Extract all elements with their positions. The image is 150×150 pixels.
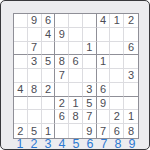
numpad-key-1[interactable]: 1 bbox=[13, 138, 27, 150]
cell-r7c8[interactable] bbox=[110, 97, 124, 111]
cell-r5c5[interactable] bbox=[69, 69, 83, 83]
cell-r2c8[interactable] bbox=[110, 28, 124, 42]
cell-r7c6[interactable]: 5 bbox=[83, 97, 97, 111]
cell-r2c6[interactable] bbox=[83, 28, 97, 42]
cell-r9c2[interactable]: 5 bbox=[28, 124, 42, 138]
cell-r4c2[interactable]: 3 bbox=[28, 55, 42, 69]
cell-r5c1[interactable] bbox=[14, 69, 28, 83]
cell-r1c2[interactable]: 9 bbox=[28, 14, 42, 28]
cell-r6c8[interactable] bbox=[110, 83, 124, 97]
cell-r4c7[interactable]: 1 bbox=[97, 55, 111, 69]
cell-r2c9[interactable] bbox=[124, 28, 138, 42]
cell-r4c4[interactable]: 8 bbox=[55, 55, 69, 69]
cell-r8c6[interactable]: 7 bbox=[83, 110, 97, 124]
cell-r1c8[interactable]: 1 bbox=[110, 14, 124, 28]
cell-r6c2[interactable]: 8 bbox=[28, 83, 42, 97]
cell-r3c3[interactable] bbox=[42, 42, 56, 56]
cell-r3c5[interactable] bbox=[69, 42, 83, 56]
cell-r8c1[interactable] bbox=[14, 110, 28, 124]
sudoku-board: 96412497163586173482362159687212519768 bbox=[13, 13, 139, 139]
cell-r2c5[interactable] bbox=[69, 28, 83, 42]
cell-r8c4[interactable]: 6 bbox=[55, 110, 69, 124]
cell-r6c9[interactable] bbox=[124, 83, 138, 97]
cell-r3c4[interactable] bbox=[55, 42, 69, 56]
cell-r3c1[interactable] bbox=[14, 42, 28, 56]
cell-r1c1[interactable] bbox=[14, 14, 28, 28]
cell-r2c2[interactable] bbox=[28, 28, 42, 42]
cell-r1c4[interactable] bbox=[55, 14, 69, 28]
cell-r3c7[interactable] bbox=[97, 42, 111, 56]
cell-r8c9[interactable]: 1 bbox=[124, 110, 138, 124]
numpad-key-4[interactable]: 4 bbox=[55, 138, 69, 150]
cell-r9c5[interactable] bbox=[69, 124, 83, 138]
cell-r6c1[interactable]: 4 bbox=[14, 83, 28, 97]
cell-r9c9[interactable]: 8 bbox=[124, 124, 138, 138]
cell-r5c3[interactable] bbox=[42, 69, 56, 83]
numpad-key-8[interactable]: 8 bbox=[111, 138, 125, 150]
cell-r7c9[interactable] bbox=[124, 97, 138, 111]
cell-r2c1[interactable] bbox=[14, 28, 28, 42]
cell-r4c9[interactable] bbox=[124, 55, 138, 69]
cell-r1c9[interactable]: 2 bbox=[124, 14, 138, 28]
cell-r9c7[interactable]: 7 bbox=[97, 124, 111, 138]
cell-r9c1[interactable]: 2 bbox=[14, 124, 28, 138]
cell-r8c5[interactable]: 8 bbox=[69, 110, 83, 124]
cell-r9c4[interactable] bbox=[55, 124, 69, 138]
cell-r1c6[interactable] bbox=[83, 14, 97, 28]
cell-r8c3[interactable] bbox=[42, 110, 56, 124]
cell-r6c3[interactable]: 2 bbox=[42, 83, 56, 97]
cell-r5c2[interactable] bbox=[28, 69, 42, 83]
cell-r5c4[interactable]: 7 bbox=[55, 69, 69, 83]
cell-r6c4[interactable] bbox=[55, 83, 69, 97]
cell-r1c5[interactable] bbox=[69, 14, 83, 28]
cell-r7c1[interactable] bbox=[14, 97, 28, 111]
cell-r4c3[interactable]: 5 bbox=[42, 55, 56, 69]
numpad-key-3[interactable]: 3 bbox=[41, 138, 55, 150]
cell-r4c1[interactable] bbox=[14, 55, 28, 69]
cell-r7c4[interactable]: 2 bbox=[55, 97, 69, 111]
cell-r8c8[interactable]: 2 bbox=[110, 110, 124, 124]
cell-r1c3[interactable]: 6 bbox=[42, 14, 56, 28]
cell-r6c6[interactable]: 3 bbox=[83, 83, 97, 97]
cell-r8c2[interactable] bbox=[28, 110, 42, 124]
cell-r3c8[interactable] bbox=[110, 42, 124, 56]
cell-r4c8[interactable] bbox=[110, 55, 124, 69]
sudoku-app: 96412497163586173482362159687212519768 1… bbox=[0, 0, 150, 150]
cell-r8c7[interactable] bbox=[97, 110, 111, 124]
cell-r9c6[interactable]: 9 bbox=[83, 124, 97, 138]
cell-r2c4[interactable]: 9 bbox=[55, 28, 69, 42]
numpad-key-7[interactable]: 7 bbox=[97, 138, 111, 150]
cell-r7c7[interactable]: 9 bbox=[97, 97, 111, 111]
cell-r5c8[interactable] bbox=[110, 69, 124, 83]
cell-r2c7[interactable] bbox=[97, 28, 111, 42]
cell-r4c5[interactable]: 6 bbox=[69, 55, 83, 69]
cell-r1c7[interactable]: 4 bbox=[97, 14, 111, 28]
numpad-key-9[interactable]: 9 bbox=[125, 138, 139, 150]
cell-r6c7[interactable]: 6 bbox=[97, 83, 111, 97]
cell-r7c3[interactable] bbox=[42, 97, 56, 111]
cell-r5c6[interactable] bbox=[83, 69, 97, 83]
cell-r5c9[interactable]: 3 bbox=[124, 69, 138, 83]
cell-r4c6[interactable] bbox=[83, 55, 97, 69]
cell-r5c7[interactable] bbox=[97, 69, 111, 83]
cell-r7c2[interactable] bbox=[28, 97, 42, 111]
cell-r6c5[interactable] bbox=[69, 83, 83, 97]
cell-r9c8[interactable]: 6 bbox=[110, 124, 124, 138]
numpad-key-2[interactable]: 2 bbox=[27, 138, 41, 150]
cell-r3c9[interactable]: 6 bbox=[124, 42, 138, 56]
number-bar: 123456789 bbox=[13, 138, 139, 150]
cell-r3c6[interactable]: 1 bbox=[83, 42, 97, 56]
cell-r9c3[interactable]: 1 bbox=[42, 124, 56, 138]
numpad-key-5[interactable]: 5 bbox=[69, 138, 83, 150]
numpad-key-6[interactable]: 6 bbox=[83, 138, 97, 150]
cell-r2c3[interactable]: 4 bbox=[42, 28, 56, 42]
cell-r7c5[interactable]: 1 bbox=[69, 97, 83, 111]
cell-r3c2[interactable]: 7 bbox=[28, 42, 42, 56]
